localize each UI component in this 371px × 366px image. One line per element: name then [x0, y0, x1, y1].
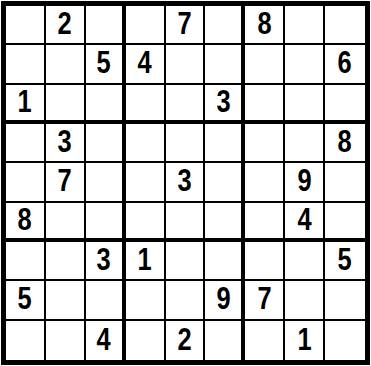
- given-digit: 9: [297, 165, 311, 196]
- given-digit: 8: [257, 8, 271, 39]
- given-digit: 5: [97, 47, 111, 78]
- cell-r4c1[interactable]: [6, 124, 46, 163]
- given-digit: 7: [177, 8, 191, 39]
- cell-r5c6[interactable]: [205, 163, 245, 202]
- cell-r3c2[interactable]: [46, 85, 86, 124]
- cell-r4c3[interactable]: [86, 124, 126, 163]
- given-digit: 3: [58, 126, 72, 157]
- given-digit: 4: [297, 204, 311, 235]
- cell-r7c7[interactable]: [245, 242, 285, 281]
- given-digit: 8: [338, 126, 352, 157]
- cell-r6c7[interactable]: [245, 203, 285, 242]
- cell-r3c8[interactable]: [285, 85, 325, 124]
- cell-r5c1[interactable]: [6, 163, 46, 202]
- cell-r6c8[interactable]: 4: [285, 203, 325, 242]
- cell-r3c6[interactable]: 3: [205, 85, 245, 124]
- cell-r3c9[interactable]: [325, 85, 365, 124]
- given-digit: 1: [297, 324, 311, 355]
- cell-r4c4[interactable]: [126, 124, 166, 163]
- cell-r6c5[interactable]: [166, 203, 206, 242]
- given-digit: 3: [216, 86, 230, 117]
- cell-r1c8[interactable]: [285, 6, 325, 45]
- cell-r6c2[interactable]: [46, 203, 86, 242]
- cell-r9c6[interactable]: [205, 321, 245, 360]
- cell-r2c5[interactable]: [166, 45, 206, 84]
- given-digit: 3: [97, 244, 111, 275]
- cell-r3c4[interactable]: [126, 85, 166, 124]
- cell-r2c6[interactable]: [205, 45, 245, 84]
- given-digit: 1: [18, 86, 32, 117]
- cell-r4c7[interactable]: [245, 124, 285, 163]
- given-digit: 3: [177, 165, 191, 196]
- cell-r1c7[interactable]: 8: [245, 6, 285, 45]
- cell-r9c5[interactable]: 2: [166, 321, 206, 360]
- cell-r5c9[interactable]: [325, 163, 365, 202]
- cell-r5c4[interactable]: [126, 163, 166, 202]
- cell-r5c5[interactable]: 3: [166, 163, 206, 202]
- cell-r9c9[interactable]: [325, 321, 365, 360]
- cell-r8c9[interactable]: [325, 281, 365, 320]
- cell-r5c3[interactable]: [86, 163, 126, 202]
- sudoku-puzzle: 278546133873984315597421: [0, 1, 371, 366]
- cell-r4c8[interactable]: [285, 124, 325, 163]
- cell-r1c5[interactable]: 7: [166, 6, 206, 45]
- cell-r5c8[interactable]: 9: [285, 163, 325, 202]
- given-digit: 1: [138, 244, 152, 275]
- cell-r3c3[interactable]: [86, 85, 126, 124]
- cell-r7c6[interactable]: [205, 242, 245, 281]
- cell-r2c2[interactable]: [46, 45, 86, 84]
- cell-r8c8[interactable]: [285, 281, 325, 320]
- cell-r7c8[interactable]: [285, 242, 325, 281]
- cell-r6c9[interactable]: [325, 203, 365, 242]
- cell-r3c1[interactable]: 1: [6, 85, 46, 124]
- cell-r2c3[interactable]: 5: [86, 45, 126, 84]
- given-digit: 2: [177, 324, 191, 355]
- given-digit: 5: [338, 244, 352, 275]
- cell-r2c9[interactable]: 6: [325, 45, 365, 84]
- cell-r7c5[interactable]: [166, 242, 206, 281]
- given-digit: 4: [138, 47, 152, 78]
- cell-r4c6[interactable]: [205, 124, 245, 163]
- cell-r9c1[interactable]: [6, 321, 46, 360]
- cell-r4c2[interactable]: 3: [46, 124, 86, 163]
- cell-r5c7[interactable]: [245, 163, 285, 202]
- cell-r8c7[interactable]: 7: [245, 281, 285, 320]
- cell-r7c3[interactable]: 3: [86, 242, 126, 281]
- given-digit: 8: [18, 204, 32, 235]
- cell-r9c4[interactable]: [126, 321, 166, 360]
- cell-r2c1[interactable]: [6, 45, 46, 84]
- given-digit: 7: [58, 165, 72, 196]
- cell-r9c8[interactable]: 1: [285, 321, 325, 360]
- cell-r6c6[interactable]: [205, 203, 245, 242]
- cell-r7c1[interactable]: [6, 242, 46, 281]
- cell-r9c7[interactable]: [245, 321, 285, 360]
- cell-r4c5[interactable]: [166, 124, 206, 163]
- cell-r2c7[interactable]: [245, 45, 285, 84]
- given-digit: 5: [18, 283, 32, 314]
- given-digit: 4: [97, 324, 111, 355]
- cell-r8c4[interactable]: [126, 281, 166, 320]
- cell-r2c4[interactable]: 4: [126, 45, 166, 84]
- cell-r8c6[interactable]: 9: [205, 281, 245, 320]
- cell-r3c5[interactable]: [166, 85, 206, 124]
- cell-r7c9[interactable]: 5: [325, 242, 365, 281]
- cell-r7c4[interactable]: 1: [126, 242, 166, 281]
- cell-r3c7[interactable]: [245, 85, 285, 124]
- cell-r8c3[interactable]: [86, 281, 126, 320]
- cell-r9c2[interactable]: [46, 321, 86, 360]
- cell-r4c9[interactable]: 8: [325, 124, 365, 163]
- cell-r1c4[interactable]: [126, 6, 166, 45]
- cell-r6c3[interactable]: [86, 203, 126, 242]
- cell-r8c1[interactable]: 5: [6, 281, 46, 320]
- cell-r6c1[interactable]: 8: [6, 203, 46, 242]
- given-digit: 2: [58, 8, 72, 39]
- cell-r8c2[interactable]: [46, 281, 86, 320]
- cell-r1c3[interactable]: [86, 6, 126, 45]
- cell-r1c1[interactable]: [6, 6, 46, 45]
- given-digit: 7: [257, 283, 271, 314]
- cell-r8c5[interactable]: [166, 281, 206, 320]
- cell-r1c6[interactable]: [205, 6, 245, 45]
- cell-r1c9[interactable]: [325, 6, 365, 45]
- cell-r1c2[interactable]: 2: [46, 6, 86, 45]
- cell-r7c2[interactable]: [46, 242, 86, 281]
- cell-r5c2[interactable]: 7: [46, 163, 86, 202]
- given-digit: 9: [216, 283, 230, 314]
- given-digit: 6: [338, 47, 352, 78]
- cell-r9c3[interactable]: 4: [86, 321, 126, 360]
- sudoku-board: 278546133873984315597421: [1, 1, 370, 365]
- cell-r2c8[interactable]: [285, 45, 325, 84]
- cell-r6c4[interactable]: [126, 203, 166, 242]
